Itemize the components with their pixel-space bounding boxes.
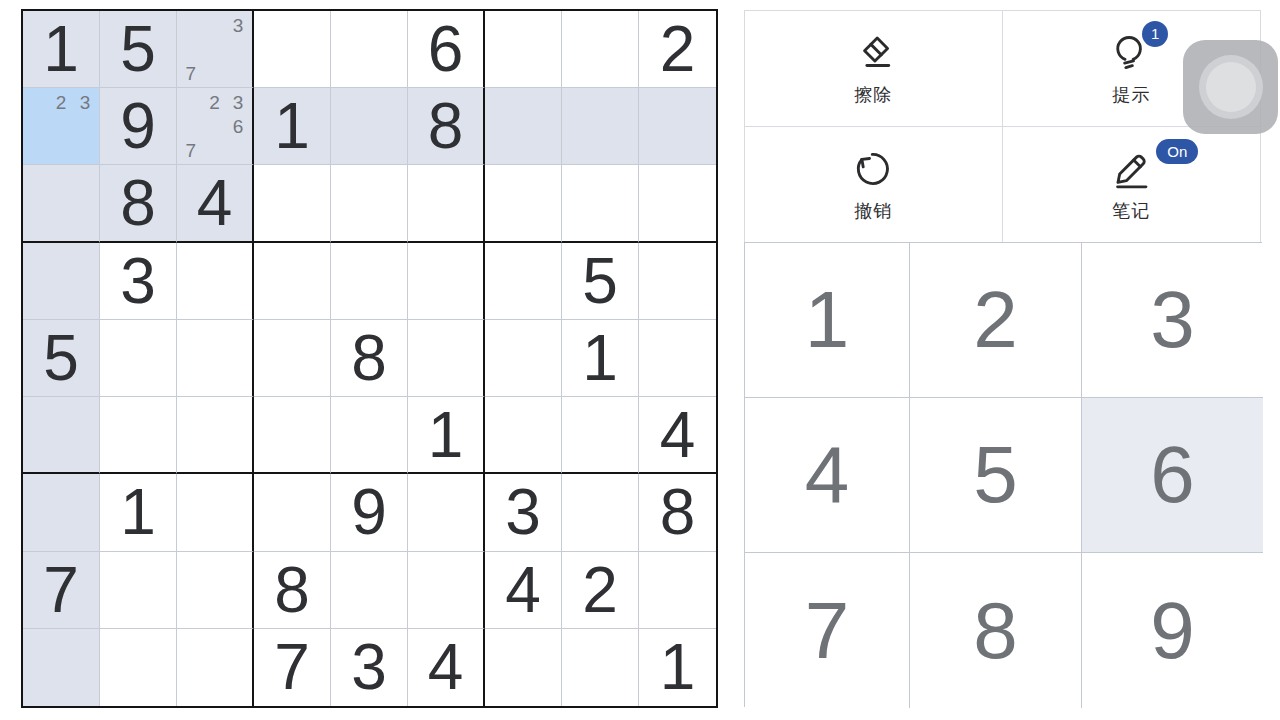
cell-r2c3[interactable]: 2367 xyxy=(177,88,254,165)
numpad-key-2[interactable]: 2 xyxy=(910,243,1082,398)
cell-digit: 6 xyxy=(428,17,464,81)
numpad-key-8[interactable]: 8 xyxy=(910,553,1082,708)
cell-r1c2[interactable]: 5 xyxy=(100,11,177,88)
cell-r2c2[interactable]: 9 xyxy=(100,88,177,165)
numpad-key-3[interactable]: 3 xyxy=(1082,243,1263,398)
cell-digit: 1 xyxy=(660,635,696,699)
cell-r5c8[interactable]: 1 xyxy=(562,320,639,397)
cell-r4c4[interactable] xyxy=(254,243,331,320)
cell-r6c3[interactable] xyxy=(177,397,254,474)
cell-digit: 1 xyxy=(43,17,79,81)
cell-digit: 3 xyxy=(505,480,541,544)
cell-r8c2[interactable] xyxy=(100,552,177,629)
cell-r1c6[interactable]: 6 xyxy=(408,11,485,88)
lightbulb-icon: 1 xyxy=(1108,30,1154,76)
pencil-marks: 23 xyxy=(25,90,97,162)
cell-digit: 2 xyxy=(660,17,696,81)
pencil-icon: On xyxy=(1108,146,1154,192)
cell-digit: 8 xyxy=(428,94,464,158)
undo-label: 撤销 xyxy=(854,199,892,223)
cell-r2c8[interactable] xyxy=(562,88,639,165)
assistive-touch-dot xyxy=(1206,62,1256,112)
cell-r3c7[interactable] xyxy=(485,165,562,242)
cell-r5c3[interactable] xyxy=(177,320,254,397)
cell-r8c8[interactable]: 2 xyxy=(562,552,639,629)
cell-r8c4[interactable]: 8 xyxy=(254,552,331,629)
numpad-key-9[interactable]: 9 xyxy=(1082,553,1263,708)
numpad-key-1[interactable]: 1 xyxy=(745,243,910,398)
cell-digit: 4 xyxy=(505,558,541,622)
cell-digit: 5 xyxy=(582,249,618,313)
pencil-marks: 37 xyxy=(179,13,250,85)
cell-r2c9[interactable] xyxy=(639,88,716,165)
cell-r7c8[interactable] xyxy=(562,474,639,551)
cell-r5c1[interactable]: 5 xyxy=(23,320,100,397)
cell-r3c1[interactable] xyxy=(23,165,100,242)
cell-r7c9[interactable]: 8 xyxy=(639,474,716,551)
cell-r2c6[interactable]: 8 xyxy=(408,88,485,165)
hint-count-badge: 1 xyxy=(1142,21,1168,47)
cell-r8c1[interactable]: 7 xyxy=(23,552,100,629)
cell-digit: 8 xyxy=(660,480,696,544)
cell-r3c9[interactable] xyxy=(639,165,716,242)
cell-r4c3[interactable] xyxy=(177,243,254,320)
cell-r2c4[interactable]: 1 xyxy=(254,88,331,165)
cell-r8c9[interactable] xyxy=(639,552,716,629)
cell-r3c2[interactable]: 8 xyxy=(100,165,177,242)
cell-digit: 1 xyxy=(120,480,156,544)
assistive-touch-button[interactable] xyxy=(1183,40,1278,134)
cell-r5c2[interactable] xyxy=(100,320,177,397)
cell-digit: 5 xyxy=(120,17,156,81)
assistive-touch-ring xyxy=(1199,55,1263,119)
cell-r3c4[interactable] xyxy=(254,165,331,242)
cell-r3c6[interactable] xyxy=(408,165,485,242)
cell-digit: 1 xyxy=(582,326,618,390)
cell-digit: 7 xyxy=(274,635,310,699)
cell-r6c5[interactable] xyxy=(331,397,408,474)
cell-r9c6[interactable]: 4 xyxy=(408,629,485,706)
cell-r4c1[interactable] xyxy=(23,243,100,320)
cell-r2c5[interactable] xyxy=(331,88,408,165)
notes-label: 笔记 xyxy=(1112,199,1150,223)
cell-r6c6[interactable]: 1 xyxy=(408,397,485,474)
cell-r7c7[interactable]: 3 xyxy=(485,474,562,551)
pencil-marks: 2367 xyxy=(179,90,250,162)
cell-r5c9[interactable] xyxy=(639,320,716,397)
cell-r9c7[interactable] xyxy=(485,629,562,706)
cell-r9c8[interactable] xyxy=(562,629,639,706)
cell-r9c9[interactable]: 1 xyxy=(639,629,716,706)
sudoku-app: 153762239236718843558114193878427341 擦除 … xyxy=(0,0,1280,720)
numpad-key-7[interactable]: 7 xyxy=(745,553,910,708)
cell-r5c5[interactable]: 8 xyxy=(331,320,408,397)
cell-r6c9[interactable]: 4 xyxy=(639,397,716,474)
cell-r3c3[interactable]: 4 xyxy=(177,165,254,242)
cell-r1c4[interactable] xyxy=(254,11,331,88)
cell-r4c5[interactable] xyxy=(331,243,408,320)
undo-arrow-icon xyxy=(850,146,896,192)
cell-digit: 8 xyxy=(351,326,387,390)
cell-r9c1[interactable] xyxy=(23,629,100,706)
cell-r8c3[interactable] xyxy=(177,552,254,629)
cell-digit: 4 xyxy=(660,403,696,467)
cell-r3c5[interactable] xyxy=(331,165,408,242)
cell-digit: 5 xyxy=(43,326,79,390)
numpad-key-4[interactable]: 4 xyxy=(745,398,910,553)
cell-r1c8[interactable] xyxy=(562,11,639,88)
erase-label: 擦除 xyxy=(854,83,892,107)
cell-r7c6[interactable] xyxy=(408,474,485,551)
cell-r8c6[interactable] xyxy=(408,552,485,629)
cell-r6c1[interactable] xyxy=(23,397,100,474)
cell-r2c1[interactable]: 23 xyxy=(23,88,100,165)
cell-digit: 1 xyxy=(428,403,464,467)
cell-r7c4[interactable] xyxy=(254,474,331,551)
cell-r7c2[interactable]: 1 xyxy=(100,474,177,551)
numpad: 123456789 xyxy=(744,242,1262,707)
cell-digit: 1 xyxy=(274,94,310,158)
cell-r9c5[interactable]: 3 xyxy=(331,629,408,706)
erase-button[interactable]: 擦除 xyxy=(745,11,1003,127)
cell-r6c2[interactable] xyxy=(100,397,177,474)
cell-r1c9[interactable]: 2 xyxy=(639,11,716,88)
cell-digit: 8 xyxy=(120,171,156,235)
cell-r7c5[interactable]: 9 xyxy=(331,474,408,551)
cell-digit: 9 xyxy=(351,480,387,544)
cell-r6c8[interactable] xyxy=(562,397,639,474)
cell-digit: 3 xyxy=(351,635,387,699)
numpad-key-5[interactable]: 5 xyxy=(910,398,1082,553)
cell-r9c4[interactable]: 7 xyxy=(254,629,331,706)
cell-r9c2[interactable] xyxy=(100,629,177,706)
hint-label: 提示 xyxy=(1112,83,1150,107)
cell-r7c1[interactable] xyxy=(23,474,100,551)
cell-r4c7[interactable] xyxy=(485,243,562,320)
cell-r6c7[interactable] xyxy=(485,397,562,474)
cell-r1c7[interactable] xyxy=(485,11,562,88)
cell-r4c9[interactable] xyxy=(639,243,716,320)
cell-r5c4[interactable] xyxy=(254,320,331,397)
cell-r5c7[interactable] xyxy=(485,320,562,397)
eraser-icon xyxy=(850,30,896,76)
cell-digit: 3 xyxy=(120,249,156,313)
cell-r7c3[interactable] xyxy=(177,474,254,551)
undo-button[interactable]: 撤销 xyxy=(745,127,1003,243)
notes-button[interactable]: On 笔记 xyxy=(1003,127,1261,243)
cell-r4c6[interactable] xyxy=(408,243,485,320)
cell-r3c8[interactable] xyxy=(562,165,639,242)
cell-r4c2[interactable]: 3 xyxy=(100,243,177,320)
cell-digit: 4 xyxy=(197,171,233,235)
cell-digit: 2 xyxy=(582,558,618,622)
cell-digit: 4 xyxy=(428,635,464,699)
cell-digit: 8 xyxy=(274,558,310,622)
numpad-key-6[interactable]: 6 xyxy=(1082,398,1263,553)
cell-r9c3[interactable] xyxy=(177,629,254,706)
toolbar: 擦除 1 提示 撤销 xyxy=(744,10,1261,243)
sudoku-board: 153762239236718843558114193878427341 xyxy=(21,9,718,708)
cell-r1c3[interactable]: 37 xyxy=(177,11,254,88)
cell-digit: 7 xyxy=(43,558,79,622)
cell-r1c1[interactable]: 1 xyxy=(23,11,100,88)
notes-on-badge: On xyxy=(1156,139,1198,164)
cell-r5c6[interactable] xyxy=(408,320,485,397)
cell-r1c5[interactable] xyxy=(331,11,408,88)
cell-r8c7[interactable]: 4 xyxy=(485,552,562,629)
cell-r4c8[interactable]: 5 xyxy=(562,243,639,320)
cell-r8c5[interactable] xyxy=(331,552,408,629)
cell-r2c7[interactable] xyxy=(485,88,562,165)
cell-digit: 9 xyxy=(120,94,156,158)
cell-r6c4[interactable] xyxy=(254,397,331,474)
